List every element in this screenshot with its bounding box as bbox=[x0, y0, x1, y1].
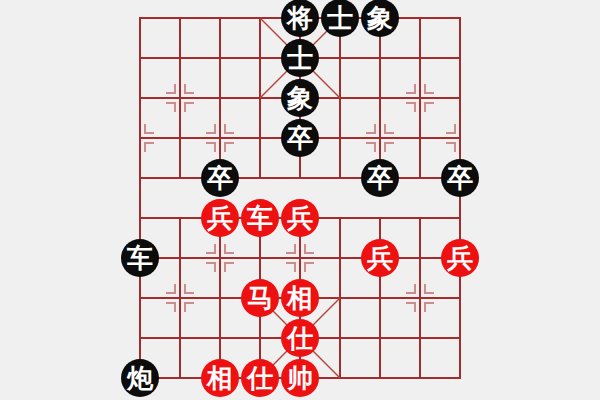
piece-red-advisor[interactable]: 仕 bbox=[281, 319, 319, 357]
piece-red-elephant[interactable]: 相 bbox=[201, 359, 239, 397]
xiangqi-board[interactable]: 将士象士象卒卒卒卒兵车兵车兵兵马相仕炮相仕帅 bbox=[120, 0, 480, 398]
piece-red-horse[interactable]: 马 bbox=[241, 279, 279, 317]
xiangqi-board-screen: 将士象士象卒卒卒卒兵车兵车兵兵马相仕炮相仕帅 bbox=[0, 0, 600, 400]
piece-black-pawn[interactable]: 卒 bbox=[441, 159, 479, 197]
piece-red-chariot[interactable]: 车 bbox=[241, 199, 279, 237]
piece-black-pawn[interactable]: 卒 bbox=[361, 159, 399, 197]
piece-black-general[interactable]: 将 bbox=[281, 0, 319, 37]
piece-black-pawn[interactable]: 卒 bbox=[201, 159, 239, 197]
piece-red-elephant[interactable]: 相 bbox=[281, 279, 319, 317]
piece-red-pawn[interactable]: 兵 bbox=[441, 239, 479, 277]
piece-black-cannon[interactable]: 炮 bbox=[121, 359, 159, 397]
piece-black-advisor[interactable]: 士 bbox=[321, 0, 359, 37]
piece-red-general[interactable]: 帅 bbox=[281, 359, 319, 397]
piece-black-chariot[interactable]: 车 bbox=[121, 239, 159, 277]
piece-red-pawn[interactable]: 兵 bbox=[201, 199, 239, 237]
piece-black-elephant[interactable]: 象 bbox=[281, 79, 319, 117]
piece-black-pawn[interactable]: 卒 bbox=[281, 119, 319, 157]
piece-red-advisor[interactable]: 仕 bbox=[241, 359, 279, 397]
piece-black-elephant[interactable]: 象 bbox=[361, 0, 399, 37]
piece-red-pawn[interactable]: 兵 bbox=[361, 239, 399, 277]
piece-black-advisor[interactable]: 士 bbox=[281, 39, 319, 77]
piece-red-pawn[interactable]: 兵 bbox=[281, 199, 319, 237]
